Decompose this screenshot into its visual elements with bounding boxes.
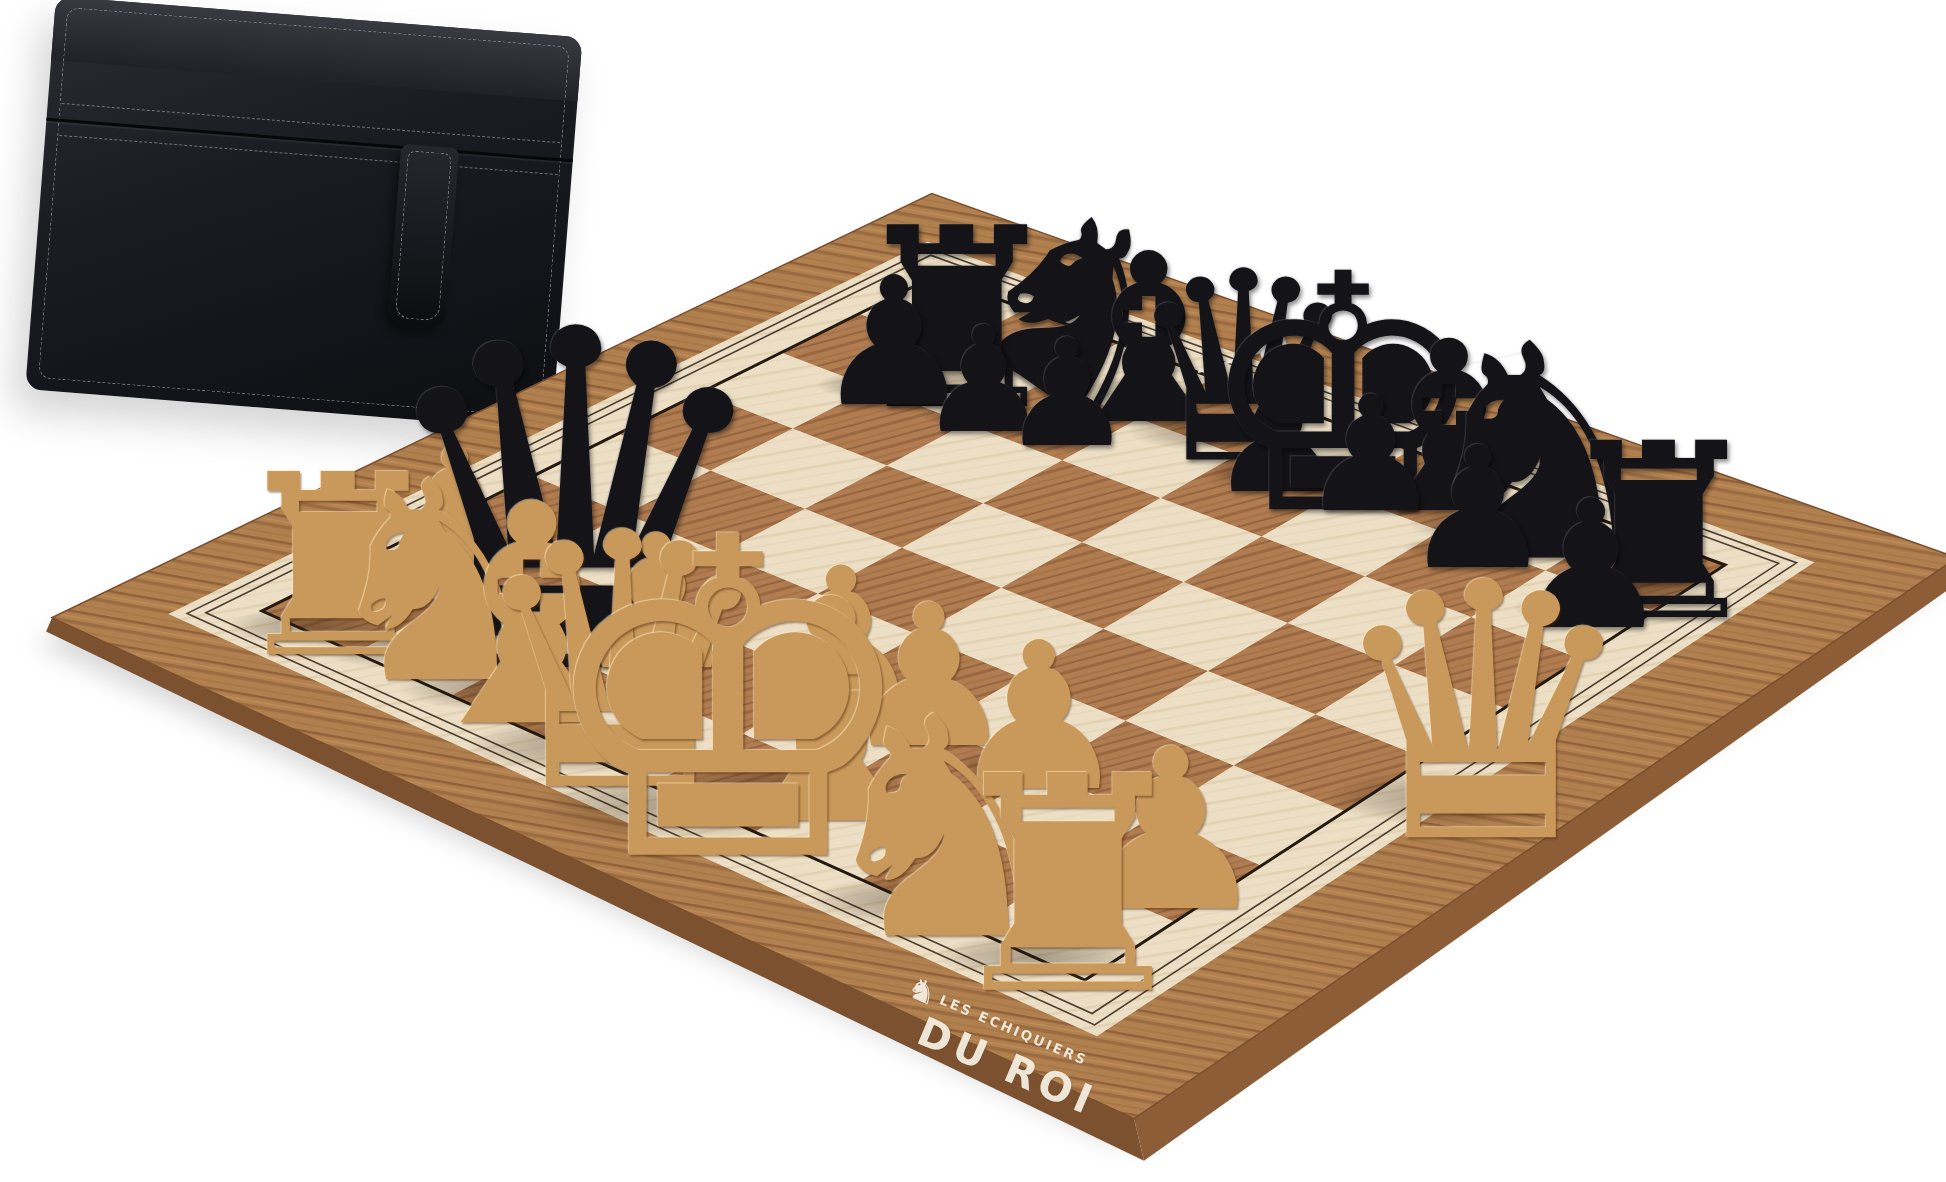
price-tag-string	[1452, 352, 1526, 368]
product-photo-stage: { "game": "chess", "scene": { "type": "p…	[0, 0, 1946, 1182]
